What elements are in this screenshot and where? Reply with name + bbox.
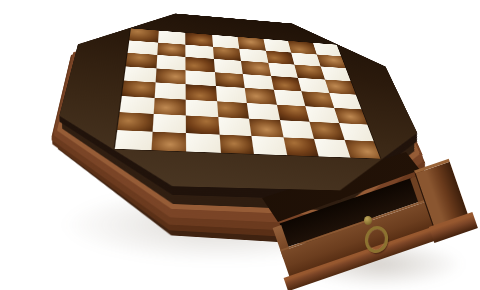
square-e3[interactable] [247, 103, 280, 120]
square-d4[interactable] [215, 86, 246, 103]
square-d2[interactable] [218, 117, 252, 136]
square-e1[interactable] [251, 136, 286, 156]
square-c2[interactable] [186, 115, 219, 134]
product-photo-stage [0, 0, 480, 290]
square-d1[interactable] [219, 134, 254, 154]
square-c1[interactable] [186, 133, 220, 153]
square-a3[interactable] [120, 96, 154, 114]
square-f2[interactable] [280, 120, 314, 138]
chess-board-grid [115, 28, 381, 158]
square-a4[interactable] [122, 80, 155, 97]
square-f3[interactable] [276, 104, 309, 121]
square-d3[interactable] [217, 101, 249, 119]
square-e2[interactable] [249, 119, 283, 137]
square-b2[interactable] [152, 114, 186, 133]
square-c4[interactable] [186, 84, 217, 101]
square-h3[interactable] [334, 108, 368, 125]
square-h1[interactable] [344, 140, 380, 159]
square-b3[interactable] [153, 98, 186, 116]
square-c3[interactable] [186, 99, 218, 117]
square-a1[interactable] [115, 130, 152, 150]
square-b4[interactable] [154, 82, 186, 99]
square-a2[interactable] [117, 112, 153, 131]
brass-knob-icon[interactable] [364, 216, 372, 225]
square-h2[interactable] [339, 123, 374, 141]
square-b1[interactable] [151, 131, 186, 151]
